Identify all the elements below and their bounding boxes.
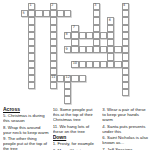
- crossword-cell[interactable]: [122, 75, 129, 82]
- crossword-cell[interactable]: [50, 17, 57, 24]
- crossword-cell[interactable]: [114, 46, 121, 53]
- crossword-cell[interactable]: [107, 46, 114, 53]
- crossword-cell[interactable]: [93, 32, 100, 39]
- clue-item: 11. We hang lots of these on the tree: [53, 124, 100, 134]
- crossword-grid: 123456789101112: [21, 3, 143, 104]
- clue-number: 5: [22, 11, 24, 15]
- crossword-cell[interactable]: 11: [50, 75, 57, 82]
- clue-item: 4. Santa puts presents under this: [102, 124, 149, 134]
- crossword-cell[interactable]: [122, 46, 129, 53]
- crossword-cell[interactable]: [28, 17, 35, 24]
- crossword-cell[interactable]: [28, 25, 35, 32]
- crossword-cell[interactable]: [122, 25, 129, 32]
- clue-column-3: 3. Wear a pair of these to keep your han…: [102, 107, 149, 150]
- crossword-cell[interactable]: [71, 46, 78, 53]
- crossword-cell[interactable]: [93, 39, 100, 46]
- clue-column-1: Across5. Christmas is during this season…: [3, 107, 50, 150]
- clue-number: 6: [109, 18, 111, 22]
- clue-item: 1. Frosty, for example: [53, 141, 100, 146]
- crossword-cell[interactable]: [28, 68, 35, 75]
- crossword-cell[interactable]: [86, 46, 93, 53]
- crossword-cell[interactable]: [28, 53, 35, 60]
- crossword-cell[interactable]: [122, 10, 129, 17]
- crossword-cell[interactable]: [86, 32, 93, 39]
- clue-number: 3: [94, 3, 96, 7]
- crossword-cell[interactable]: [64, 82, 71, 89]
- crossword-cell[interactable]: [43, 10, 50, 17]
- crossword-cell[interactable]: [35, 10, 42, 17]
- crossword-cell[interactable]: 8: [64, 32, 71, 39]
- crossword-cell[interactable]: [122, 39, 129, 46]
- crossword-cell[interactable]: [50, 61, 57, 68]
- crossword-cell[interactable]: [71, 32, 78, 39]
- crossword-cell[interactable]: [28, 75, 35, 82]
- crossword-cell[interactable]: [50, 53, 57, 60]
- crossword-cell[interactable]: [100, 32, 107, 39]
- crossword-cell[interactable]: [93, 46, 100, 53]
- crossword-cell[interactable]: [122, 53, 129, 60]
- clue-item: 9. The other thing people put at the top…: [3, 136, 50, 150]
- crossword-cell[interactable]: 2: [50, 3, 57, 10]
- crossword-cell[interactable]: [122, 82, 129, 89]
- crossword-cell[interactable]: [122, 68, 129, 75]
- crossword-cell[interactable]: 10: [71, 61, 78, 68]
- crossword-cell[interactable]: 1: [28, 3, 35, 10]
- crossword-cell[interactable]: [122, 17, 129, 24]
- crossword-cell[interactable]: [28, 10, 35, 17]
- clue-number: 2: [51, 3, 53, 7]
- clue-number: 12: [66, 75, 70, 79]
- crossword-cell[interactable]: [79, 75, 86, 82]
- crossword-cell[interactable]: [50, 82, 57, 89]
- clue-number: 8: [66, 32, 68, 36]
- crossword-cell[interactable]: [93, 17, 100, 24]
- clue-item: 10. Some people put this at the top of t…: [53, 107, 100, 122]
- crossword-cell[interactable]: [114, 61, 121, 68]
- crossword-cell[interactable]: [64, 10, 71, 17]
- crossword-cell[interactable]: [50, 25, 57, 32]
- crossword-cell[interactable]: [107, 53, 114, 60]
- crossword-cell[interactable]: [50, 32, 57, 39]
- crossword-cell[interactable]: [28, 32, 35, 39]
- crossword-cell[interactable]: [64, 96, 71, 103]
- crossword-cell[interactable]: 3: [93, 3, 100, 10]
- crossword-cell[interactable]: [100, 61, 107, 68]
- crossword-cell[interactable]: [107, 32, 114, 39]
- clue-area: Across5. Christmas is during this season…: [3, 107, 149, 150]
- crossword-cell[interactable]: [79, 46, 86, 53]
- crossword-cell[interactable]: [28, 82, 35, 89]
- crossword-cell[interactable]: 12: [64, 75, 71, 82]
- clue-item: 8. Wrap this around your neck to keep wa…: [3, 125, 50, 135]
- clue-column-2: 10. Some people put this at the top of t…: [53, 107, 100, 150]
- crossword-cell[interactable]: [107, 61, 114, 68]
- crossword-cell[interactable]: [122, 61, 129, 68]
- crossword-cell[interactable]: [107, 39, 114, 46]
- crossword-cell[interactable]: [100, 46, 107, 53]
- crossword-cell[interactable]: [57, 75, 64, 82]
- crossword-cell[interactable]: [86, 61, 93, 68]
- crossword-cell[interactable]: 6: [107, 17, 114, 24]
- crossword-cell[interactable]: [122, 89, 129, 96]
- clue-item: 3. Wear a pair of these to keep your han…: [102, 107, 149, 122]
- crossword-cell[interactable]: [64, 89, 71, 96]
- crossword-cell[interactable]: [28, 46, 35, 53]
- crossword-cell[interactable]: [71, 39, 78, 46]
- crossword-cell[interactable]: [79, 32, 86, 39]
- crossword-cell[interactable]: [50, 68, 57, 75]
- crossword-page: 123456789101112 Across5. Christmas is du…: [0, 0, 150, 150]
- clue-heading-across: Across: [3, 107, 50, 113]
- clue-number: 7: [73, 25, 75, 29]
- crossword-cell[interactable]: [122, 32, 129, 39]
- crossword-cell[interactable]: [28, 61, 35, 68]
- crossword-cell[interactable]: [93, 61, 100, 68]
- clue-number: 4: [123, 3, 125, 7]
- crossword-cell[interactable]: 4: [122, 3, 129, 10]
- crossword-cell[interactable]: 9: [64, 46, 71, 53]
- crossword-cell[interactable]: [93, 25, 100, 32]
- clue-number: 10: [73, 61, 77, 65]
- crossword-cell[interactable]: [57, 10, 64, 17]
- crossword-cell[interactable]: 5: [21, 10, 28, 17]
- clue-item: 2. Merry Christmas: [53, 148, 100, 151]
- clue-heading-down: Down: [53, 135, 100, 141]
- clue-number: 1: [30, 3, 32, 7]
- crossword-cell[interactable]: [71, 75, 78, 82]
- crossword-cell[interactable]: [93, 10, 100, 17]
- crossword-cell[interactable]: [50, 10, 57, 17]
- crossword-cell[interactable]: 7: [71, 25, 78, 32]
- crossword-cell[interactable]: [107, 25, 114, 32]
- clue-number: 9: [66, 47, 68, 51]
- clue-item: 5. Christmas is during this season: [3, 113, 50, 123]
- crossword-cell[interactable]: [50, 39, 57, 46]
- clue-number: 11: [51, 75, 55, 79]
- crossword-cell[interactable]: [50, 46, 57, 53]
- crossword-cell[interactable]: [79, 61, 86, 68]
- clue-item: 7. Jeff Sessions: [102, 147, 149, 151]
- crossword-cell[interactable]: [28, 39, 35, 46]
- clue-item: 6. Saint Nicholas is also known as...: [102, 135, 149, 145]
